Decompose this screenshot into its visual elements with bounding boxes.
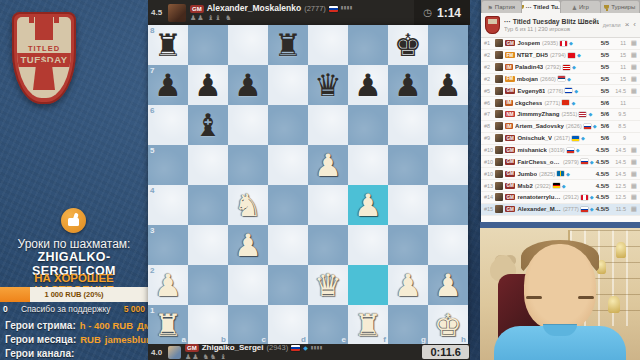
standings-row[interactable]: #10 GM Jumbo (2825) ◆ 4.5/5 14.5 ▦: [481, 168, 640, 180]
player-name[interactable]: Onischuk_V: [517, 135, 552, 141]
flag-icon: [560, 41, 567, 46]
square-f2[interactable]: [348, 265, 388, 305]
player-avatar: [495, 51, 503, 59]
player-avatar: [495, 99, 503, 107]
panel-tab[interactable]: ♟ Игр: [561, 1, 600, 13]
white-pawn-h2[interactable]: ♟: [428, 265, 468, 305]
standings-row[interactable]: #2 IM Paladin43 (2792) ◆ 5/5 11 ▦: [481, 62, 640, 74]
player-rating: (2825): [539, 171, 555, 177]
lessons-label: Уроки по шахматам:: [0, 237, 148, 251]
square-f4[interactable]: ♟: [348, 185, 388, 225]
rank-label: #6: [484, 100, 493, 106]
diamond-membership-icon: ◆: [303, 345, 308, 351]
title-badge: IM: [505, 123, 513, 129]
file-label: b: [221, 335, 226, 344]
clock-icon: ◷: [423, 7, 432, 18]
flag-icon: [567, 148, 574, 153]
player-name[interactable]: Msb2: [517, 183, 532, 189]
player-avatar: [495, 39, 503, 47]
square-a6[interactable]: 6: [148, 105, 188, 145]
player-rating: (3019): [549, 147, 565, 153]
square-d8[interactable]: ♜: [268, 25, 308, 65]
standings-row[interactable]: #13 GM Msb2 (2922) ◆ 4.5/5 12.5 ▦: [481, 180, 640, 192]
square-g2[interactable]: ♟: [388, 265, 428, 305]
square-c7[interactable]: ♟: [228, 65, 268, 105]
player-avatar: [495, 158, 503, 166]
tiebreak-value: 11: [611, 40, 626, 46]
standings-row[interactable]: #6 IM ckgchess (2771) ◆ 5/6 11: [481, 97, 640, 109]
player-rating: (2979): [563, 159, 579, 165]
details-link[interactable]: детали: [603, 22, 621, 28]
player-rating: (2777): [563, 206, 579, 212]
white-pawn-a2[interactable]: ♟: [148, 265, 188, 305]
player-rating: (2922): [535, 183, 551, 189]
watch-board-icon[interactable]: ▦: [628, 51, 637, 59]
flag-icon: [565, 88, 572, 93]
square-c4[interactable]: ♞: [228, 185, 268, 225]
score-value: 5/5: [601, 40, 609, 46]
webcam-feed: [480, 222, 640, 360]
rank-label: #13: [484, 183, 493, 189]
player-rating: (2771): [544, 100, 560, 106]
player-name[interactable]: NTBT_DH5: [517, 52, 548, 58]
player-name[interactable]: Paladin43: [515, 64, 543, 70]
top-player-clock: ◷ 1:14: [414, 0, 470, 25]
rank-label: #7: [484, 111, 493, 117]
streamer-shirt: [494, 326, 626, 360]
player-name[interactable]: Artem_Sadovsky: [515, 123, 564, 129]
watch-board-icon[interactable]: ▦: [628, 182, 637, 190]
streamer-face: [524, 244, 596, 330]
diamond-icon: ◆: [590, 194, 594, 200]
logo-line1: TITLED: [17, 44, 71, 53]
player-avatar: [495, 122, 503, 130]
watch-board-icon[interactable]: ▦: [628, 75, 637, 83]
white-queen-e2[interactable]: ♛: [308, 265, 348, 305]
white-king-h1[interactable]: ♚: [428, 305, 468, 345]
player-rating: (2617): [554, 135, 570, 141]
logo-inner-shield: TITLED TUE$DAY: [17, 17, 71, 98]
player-avatar: [495, 75, 503, 83]
watch-board-icon[interactable]: ▦: [628, 170, 637, 178]
title-badge: FM: [505, 76, 515, 82]
diamond-icon: ◆: [590, 159, 594, 165]
standings-row[interactable]: #8 IM Artem_Sadovsky (2626) ◆ 5/6 8.5: [481, 121, 640, 133]
hero-line: Герои месяца: RUB jamesblunder: [5, 332, 148, 346]
rank-label: #10: [484, 159, 493, 165]
gm-title-badge: GM: [185, 344, 199, 352]
square-b6[interactable]: ♝: [188, 105, 228, 145]
panel-tab[interactable]: Турниры: [601, 1, 640, 13]
player-avatar: [495, 205, 503, 213]
file-label: d: [301, 335, 306, 344]
player-name[interactable]: Evgeny81: [517, 88, 545, 94]
flag-icon: [558, 76, 565, 81]
rank-label: 6: [150, 106, 154, 115]
square-f7[interactable]: ♟: [348, 65, 388, 105]
watch-board-icon[interactable]: ▦: [628, 205, 637, 213]
square-b4[interactable]: [188, 185, 228, 225]
white-pawn-g2[interactable]: ♟: [388, 265, 428, 305]
flag-icon: [563, 65, 570, 70]
watch-board-icon[interactable]: ▦: [628, 39, 637, 47]
rank-label: #10: [484, 147, 493, 153]
player-rating: (2776): [547, 88, 563, 94]
player-name[interactable]: JimmmyZhang: [517, 111, 559, 117]
black-pawn-a7[interactable]: ♟: [148, 65, 188, 105]
flag-icon: [579, 112, 586, 117]
square-g6[interactable]: [388, 105, 428, 145]
square-h5[interactable]: [428, 145, 468, 185]
stream-sidebar: TITLED TUE$DAY Уроки по шахматам: ZHIGAL…: [0, 0, 148, 360]
tiebreak-value: 14.5: [611, 147, 626, 153]
score-value: 5/5: [601, 88, 609, 94]
rank-label: #1: [484, 40, 493, 46]
diamond-icon: ◆: [577, 52, 581, 58]
bottom-player-avatar[interactable]: [168, 346, 181, 359]
standings-row[interactable]: #10 GM mishanick (3019) ◆ 4.5/5 14.5 ▦: [481, 145, 640, 157]
score-value: 5/6: [601, 100, 609, 106]
square-a7[interactable]: 7♟: [148, 65, 188, 105]
score-value: 4.5/5: [596, 171, 609, 177]
square-f8[interactable]: [348, 25, 388, 65]
rank-label: #2: [484, 52, 493, 58]
player-rating: (2912): [563, 194, 579, 200]
russia-flag-icon: [291, 345, 300, 351]
hero-line: Герои канала:: [5, 346, 148, 360]
square-f3[interactable]: [348, 225, 388, 265]
square-e7[interactable]: ♛: [308, 65, 348, 105]
square-d2[interactable]: [268, 265, 308, 305]
player-avatar: [495, 182, 503, 190]
tournament-panel: ⚑ Партия ··· Titled Tu... ♟ Игр Турниры …: [481, 0, 640, 222]
progress-max: 5 000: [124, 304, 145, 314]
black-king-g8[interactable]: ♚: [388, 25, 428, 65]
player-name[interactable]: Alexander_Moskalenko: [517, 206, 560, 212]
square-e8[interactable]: [308, 25, 348, 65]
rank-label: #14: [484, 194, 493, 200]
square-g5[interactable]: [388, 145, 428, 185]
standings-row[interactable]: #5 GM Evgeny81 (2776) ◆ 5/5 14.5 ▦: [481, 85, 640, 97]
black-pawn-h7[interactable]: ♟: [428, 65, 468, 105]
white-rook-a1[interactable]: ♜: [148, 305, 188, 345]
bottom-player-rating: (2943): [266, 344, 288, 352]
standings-row[interactable]: #15 GM Alexander_Moskalenko (2777) ◆ 4.5…: [481, 204, 640, 216]
square-h6[interactable]: [428, 105, 468, 145]
diamond-icon: ◆: [562, 183, 566, 189]
square-a8[interactable]: 8♜: [148, 25, 188, 65]
square-b3[interactable]: [188, 225, 228, 265]
square-d1[interactable]: d: [268, 305, 308, 345]
square-d5[interactable]: [268, 145, 308, 185]
rank-label: 5: [150, 146, 154, 155]
square-e6[interactable]: [308, 105, 348, 145]
heroes-list: Герои стрима: h - 400 RUB Дмитр Герои ме…: [5, 318, 148, 360]
white-pawn-e5[interactable]: ♟: [308, 145, 348, 185]
tiebreak-value: 14.5: [611, 171, 626, 177]
square-a2[interactable]: 2♟: [148, 265, 188, 305]
progress-label: 1 000 RUB (20%): [0, 287, 148, 302]
tiebreak-value: 11: [611, 100, 626, 106]
square-g8[interactable]: ♚: [388, 25, 428, 65]
rook-icon: [35, 17, 53, 40]
diamond-icon: ◆: [576, 147, 580, 153]
tiebreak-value: 8.5: [611, 123, 626, 129]
square-c1[interactable]: c: [228, 305, 268, 345]
square-h7[interactable]: ♟: [428, 65, 468, 105]
bottom-player-bar: 4.0 GM Zhigalko_Sergei (2943) ◆ ▮▮▮▮ ♟♟ …: [148, 344, 470, 360]
square-b7[interactable]: ♟: [188, 65, 228, 105]
title-badge: GM: [505, 194, 515, 200]
square-h3[interactable]: [428, 225, 468, 265]
tiebreak-value: 9.5: [611, 111, 626, 117]
white-pawn-f4[interactable]: ♟: [348, 185, 388, 225]
player-name[interactable]: mishanick: [517, 147, 546, 153]
diamond-icon: ◆: [574, 88, 578, 94]
rank-label: 3: [150, 226, 154, 235]
square-e1[interactable]: e: [308, 305, 348, 345]
file-label: g: [421, 335, 426, 344]
square-e4[interactable]: [308, 185, 348, 225]
standings-row[interactable]: #2 FM NTBT_DH5 (2794) ◆ 5/5 15 ▦: [481, 50, 640, 62]
title-badge: IM: [505, 64, 513, 70]
title-badge: GM: [505, 206, 515, 212]
rank-label: #10: [484, 171, 493, 177]
tiebreak-value: 14.5: [611, 88, 626, 94]
score-value: 5/5: [601, 76, 609, 82]
white-pawn-c3[interactable]: ♟: [228, 225, 268, 265]
flag-icon: [568, 53, 575, 58]
square-c2[interactable]: [228, 265, 268, 305]
square-g1[interactable]: g: [388, 305, 428, 345]
tournament-subtitle: Тур 6 из 11 | 230 игроков: [504, 26, 599, 32]
score-value: 5/5: [601, 52, 609, 58]
square-a4[interactable]: 4: [148, 185, 188, 225]
player-avatar: [495, 146, 503, 154]
player-avatar: [495, 170, 503, 178]
share-icon[interactable]: ‹: [633, 21, 636, 29]
title-badge: FM: [505, 52, 515, 58]
russia-flag-icon: [329, 6, 338, 12]
diamond-icon: ◆: [567, 76, 571, 82]
square-c5[interactable]: [228, 145, 268, 185]
player-name[interactable]: ckgchess: [515, 100, 542, 106]
standings-row[interactable]: #9 GM Onischuk_V (2617) ◆ 5/6 9: [481, 133, 640, 145]
player-avatar: [495, 134, 503, 142]
diamond-icon: ◆: [588, 111, 592, 117]
standings-row[interactable]: #7 NM JimmmyZhang (2551) ◆ 5/6 9.5: [481, 109, 640, 121]
title-badge: GM: [505, 159, 515, 165]
square-h1[interactable]: h♚: [428, 305, 468, 345]
watch-board-icon[interactable]: ▦: [628, 87, 637, 95]
score-value: 4.5/5: [596, 194, 609, 200]
square-e3[interactable]: [308, 225, 348, 265]
black-pawn-b7[interactable]: ♟: [188, 65, 228, 105]
connection-bars-icon: ▮▮▮▮: [341, 6, 353, 11]
panel-tab[interactable]: ··· Titled Tu...: [522, 1, 561, 13]
chess-piece-icon: ♟: [572, 4, 577, 11]
progress-range-row: 0 Спасибо за поддержку 5 000: [0, 304, 148, 314]
square-e5[interactable]: ♟: [308, 145, 348, 185]
player-name[interactable]: Jumbo: [517, 171, 537, 177]
title-badge: IM: [505, 100, 513, 106]
square-f5[interactable]: [348, 145, 388, 185]
close-icon[interactable]: ×: [625, 21, 630, 29]
score-value: 5/5: [601, 64, 609, 70]
square-d3[interactable]: [268, 225, 308, 265]
chess-board[interactable]: 8♜♜♚7♟♟♟♛♟♟♟6♝5♟4♞♟3♟2♟♛♟♟1a♜bcdef♜gh♚: [148, 25, 468, 345]
square-b8[interactable]: [188, 25, 228, 65]
score-value: 4.5/5: [596, 183, 609, 189]
score-value: 5/6: [601, 123, 609, 129]
tiebreak-value: 15: [611, 52, 626, 58]
thumbs-up-icon: [61, 208, 86, 233]
bottom-player-score: 4.0: [151, 348, 164, 357]
top-player-rating: (2777): [304, 5, 326, 13]
tiebreak-value: 9: [611, 135, 626, 141]
black-rook-d8[interactable]: ♜: [268, 25, 308, 65]
tiebreak-value: 14.5: [611, 159, 626, 165]
player-rating: (2935): [542, 40, 558, 46]
title-badge: GM: [505, 183, 515, 189]
square-b1[interactable]: b: [188, 305, 228, 345]
top-captured-pieces: ♟♟ ♝♝ ♞: [190, 14, 353, 21]
connection-bars-icon: ▮▮▮▮: [311, 346, 323, 351]
square-b2[interactable]: [188, 265, 228, 305]
square-d4[interactable]: [268, 185, 308, 225]
diamond-icon: ◆: [569, 40, 573, 46]
square-g7[interactable]: ♟: [388, 65, 428, 105]
standings-list: #1 GM Jospem (2935) ◆ 5/5 11 ▦ #2 FM NTB…: [481, 38, 640, 222]
score-value: 4.5/5: [596, 147, 609, 153]
square-g3[interactable]: [388, 225, 428, 265]
player-avatar: [495, 63, 503, 71]
progress-thanks: Спасибо за поддержку: [8, 304, 124, 314]
tournament-logo: [485, 16, 500, 34]
webcam-top-border: [480, 222, 640, 228]
square-a3[interactable]: 3: [148, 225, 188, 265]
top-player-name[interactable]: Alexander_Moskalenko: [207, 4, 301, 13]
player-avatar: [495, 87, 503, 95]
flag-icon: [581, 207, 588, 212]
watch-board-icon[interactable]: ▦: [628, 193, 637, 201]
trophy-icon: [604, 5, 609, 9]
black-queen-e7[interactable]: ♛: [308, 65, 348, 105]
rank-label: 4: [150, 186, 154, 195]
watch-board-icon[interactable]: ▦: [628, 63, 637, 71]
panel-tabs: ⚑ Партия ··· Titled Tu... ♟ Игр Турниры: [481, 0, 640, 13]
top-player-time: 1:14: [437, 6, 461, 20]
rank-label: #2: [484, 76, 493, 82]
black-bishop-b6[interactable]: ♝: [188, 105, 228, 145]
diamond-icon: ◆: [590, 206, 594, 212]
bottom-player-time: 0:11.6: [430, 346, 461, 358]
diamond-icon: ◆: [572, 64, 576, 70]
score-value: 5/6: [601, 135, 609, 141]
title-badge: GM: [505, 147, 515, 153]
bottom-captured-pieces: ♟♟ ♞♞ ♝: [185, 353, 323, 360]
player-rating: (2794): [550, 52, 566, 58]
score-value: 4.5/5: [596, 206, 609, 212]
title-badge: GM: [505, 171, 515, 177]
title-badge: GM: [505, 88, 515, 94]
diamond-icon: ◆: [571, 100, 575, 106]
tiebreak-value: 15: [611, 76, 626, 82]
square-f6[interactable]: [348, 105, 388, 145]
white-rook-f1[interactable]: ♜: [348, 305, 388, 345]
tiebreak-value: 12.5: [611, 194, 626, 200]
square-c6[interactable]: [228, 105, 268, 145]
standings-row[interactable]: #14 GM renatoterrylujan (2912) ◆ 4.5/5 1…: [481, 192, 640, 204]
tiebreak-value: 11: [611, 64, 626, 70]
player-name[interactable]: renatoterrylujan: [517, 194, 560, 200]
standings-row[interactable]: #1 GM Jospem (2935) ◆ 5/5 11 ▦: [481, 38, 640, 50]
file-label: e: [342, 335, 346, 344]
bottom-player-name[interactable]: Zhigalko_Sergei: [202, 344, 264, 352]
square-h8[interactable]: [428, 25, 468, 65]
standings-row[interactable]: #10 GM FairChess_on_YouTube (2979) ◆ 4.5…: [481, 156, 640, 168]
trophy-icon: [522, 5, 524, 9]
hero-line: Герои стрима: h - 400 RUB Дмитр: [5, 318, 148, 332]
square-a5[interactable]: 5: [148, 145, 188, 185]
score-value: 5/6: [601, 111, 609, 117]
square-c3[interactable]: ♟: [228, 225, 268, 265]
square-b5[interactable]: [188, 145, 228, 185]
black-pawn-f7[interactable]: ♟: [348, 65, 388, 105]
diamond-icon: ◆: [593, 123, 597, 129]
square-f1[interactable]: f♜: [348, 305, 388, 345]
square-e2[interactable]: ♛: [308, 265, 348, 305]
top-player-avatar[interactable]: [168, 4, 186, 22]
player-name[interactable]: mbojan: [517, 76, 538, 82]
player-name[interactable]: Jospem: [517, 40, 540, 46]
square-d6[interactable]: [268, 105, 308, 145]
black-pawn-c7[interactable]: ♟: [228, 65, 268, 105]
flag-icon: [557, 171, 564, 176]
player-name[interactable]: FairChess_on_YouTube: [517, 159, 560, 165]
player-rating: (2660): [540, 76, 556, 82]
flag-icon: [584, 124, 591, 129]
player-rating: (2792): [545, 64, 561, 70]
player-avatar: [495, 110, 503, 118]
player-rating: (2551): [562, 111, 578, 117]
title-badge: GM: [505, 135, 515, 141]
panel-tab[interactable]: ⚑ Партия: [482, 1, 521, 13]
flag-icon: [572, 136, 579, 141]
bottom-player-clock-active: 0:11.6: [422, 345, 469, 359]
rank-label: #9: [484, 135, 493, 141]
standings-row[interactable]: #2 FM mbojan (2660) ◆ 5/5 15 ▦: [481, 74, 640, 86]
tournament-header: ··· Titled Tuesday Blitz Швейцарка Тур 6…: [481, 13, 640, 38]
square-h2[interactable]: ♟: [428, 265, 468, 305]
top-player-bar: 4.5 GM Alexander_Moskalenko (2777) ▮▮▮▮ …: [148, 0, 470, 25]
player-rating: (2626): [566, 123, 582, 129]
square-h4[interactable]: [428, 185, 468, 225]
donation-progressbar: 1 000 RUB (20%): [0, 287, 148, 302]
black-rook-a8[interactable]: ♜: [148, 25, 188, 65]
watch-board-icon[interactable]: ▦: [628, 158, 637, 166]
watch-board-icon[interactable]: ▦: [628, 146, 637, 154]
square-c8[interactable]: [228, 25, 268, 65]
rank-label: #5: [484, 88, 493, 94]
black-pawn-g7[interactable]: ♟: [388, 65, 428, 105]
square-d7[interactable]: [268, 65, 308, 105]
square-g4[interactable]: [388, 185, 428, 225]
square-a1[interactable]: 1a♜: [148, 305, 188, 345]
titled-tuesday-logo: TITLED TUE$DAY: [12, 12, 76, 104]
white-knight-c4[interactable]: ♞: [228, 185, 268, 225]
score-value: 4.5/5: [596, 159, 609, 165]
